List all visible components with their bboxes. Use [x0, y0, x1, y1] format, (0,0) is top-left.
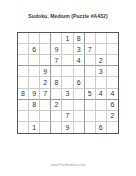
cell-r6c4	[51, 89, 62, 100]
cell-r6c3: 7	[40, 89, 51, 100]
cell-r7c8	[96, 100, 107, 111]
cell-r8c9: 2	[107, 111, 118, 122]
puzzle-title: Sudoku, Medium (Puzzle #A432)	[0, 13, 136, 19]
cell-r4c7	[85, 66, 96, 77]
cell-r9c4	[51, 122, 62, 133]
cell-r9c9	[107, 122, 118, 133]
cell-r8c2	[29, 111, 40, 122]
cell-r1c5: 1	[62, 33, 73, 44]
cell-r4c6	[74, 66, 85, 77]
cell-r3c4: 7	[51, 55, 62, 66]
cell-r1c6: 8	[74, 33, 85, 44]
cell-r5c3: 2	[40, 77, 51, 88]
cell-r9c1	[18, 122, 29, 133]
cell-r5c9	[107, 77, 118, 88]
cell-r4c3: 9	[40, 66, 51, 77]
cell-r5c5	[62, 77, 73, 88]
cell-r3c8: 2	[96, 55, 107, 66]
cell-r2c5	[62, 44, 73, 55]
cell-r6c9: 4	[107, 89, 118, 100]
cell-r2c2: 6	[29, 44, 40, 55]
cell-r7c2: 8	[29, 100, 40, 111]
cell-r5c7	[85, 77, 96, 88]
cell-r1c7	[85, 33, 96, 44]
cell-r3c9	[107, 55, 118, 66]
cell-r2c7: 7	[85, 44, 96, 55]
cell-r5c2	[29, 77, 40, 88]
cell-r3c6: 4	[74, 55, 85, 66]
cell-r6c8: 4	[96, 89, 107, 100]
cell-r2c9	[107, 44, 118, 55]
cell-r3c3	[40, 55, 51, 66]
cell-r6c5: 3	[62, 89, 73, 100]
cell-r2c8	[96, 44, 107, 55]
cell-r9c8: 6	[96, 122, 107, 133]
cell-r1c2	[29, 33, 40, 44]
cell-r6c1: 8	[18, 89, 29, 100]
sudoku-grid: 18693774293286897354482672196	[17, 32, 119, 134]
cell-r7c7	[85, 100, 96, 111]
cell-r7c6	[74, 100, 85, 111]
cell-r6c6	[74, 89, 85, 100]
cell-r4c8: 3	[96, 66, 107, 77]
cell-r6c2: 9	[29, 89, 40, 100]
cell-r8c4	[51, 111, 62, 122]
cell-r7c1	[18, 100, 29, 111]
cell-r2c1	[18, 44, 29, 55]
cell-r8c3	[40, 111, 51, 122]
cell-r8c8	[96, 111, 107, 122]
cell-r4c5	[62, 66, 73, 77]
cell-r4c4	[51, 66, 62, 77]
cell-r5c4: 8	[51, 77, 62, 88]
cell-r4c9	[107, 66, 118, 77]
footer-url: www.PrintSudoku.com	[0, 163, 136, 167]
cell-r9c2: 1	[29, 122, 40, 133]
cell-r3c7	[85, 55, 96, 66]
cell-r8c1	[18, 111, 29, 122]
cell-r3c2	[29, 55, 40, 66]
cell-r2c4: 9	[51, 44, 62, 55]
cell-r9c7	[85, 122, 96, 133]
cell-r7c3	[40, 100, 51, 111]
cell-r1c3	[40, 33, 51, 44]
cell-r1c9	[107, 33, 118, 44]
cell-r8c6	[74, 111, 85, 122]
cell-r3c5	[62, 55, 73, 66]
cell-r7c5	[62, 100, 73, 111]
cell-r8c7	[85, 111, 96, 122]
cell-r1c8	[96, 33, 107, 44]
cell-r1c1	[18, 33, 29, 44]
cell-r6c7: 5	[85, 89, 96, 100]
cell-r3c1	[18, 55, 29, 66]
cell-r1c4	[51, 33, 62, 44]
cell-r7c9: 6	[107, 100, 118, 111]
cell-r5c1	[18, 77, 29, 88]
cell-r4c2	[29, 66, 40, 77]
cell-r5c6: 6	[74, 77, 85, 88]
cell-r2c3	[40, 44, 51, 55]
puzzle-page: Sudoku, Medium (Puzzle #A432) 1869377429…	[0, 0, 136, 176]
cell-r9c3	[40, 122, 51, 133]
cell-r8c5: 7	[62, 111, 73, 122]
cell-r2c6: 3	[74, 44, 85, 55]
cell-r7c4: 2	[51, 100, 62, 111]
cell-r4c1	[18, 66, 29, 77]
cell-r9c5: 9	[62, 122, 73, 133]
cell-r9c6	[74, 122, 85, 133]
cell-r5c8	[96, 77, 107, 88]
